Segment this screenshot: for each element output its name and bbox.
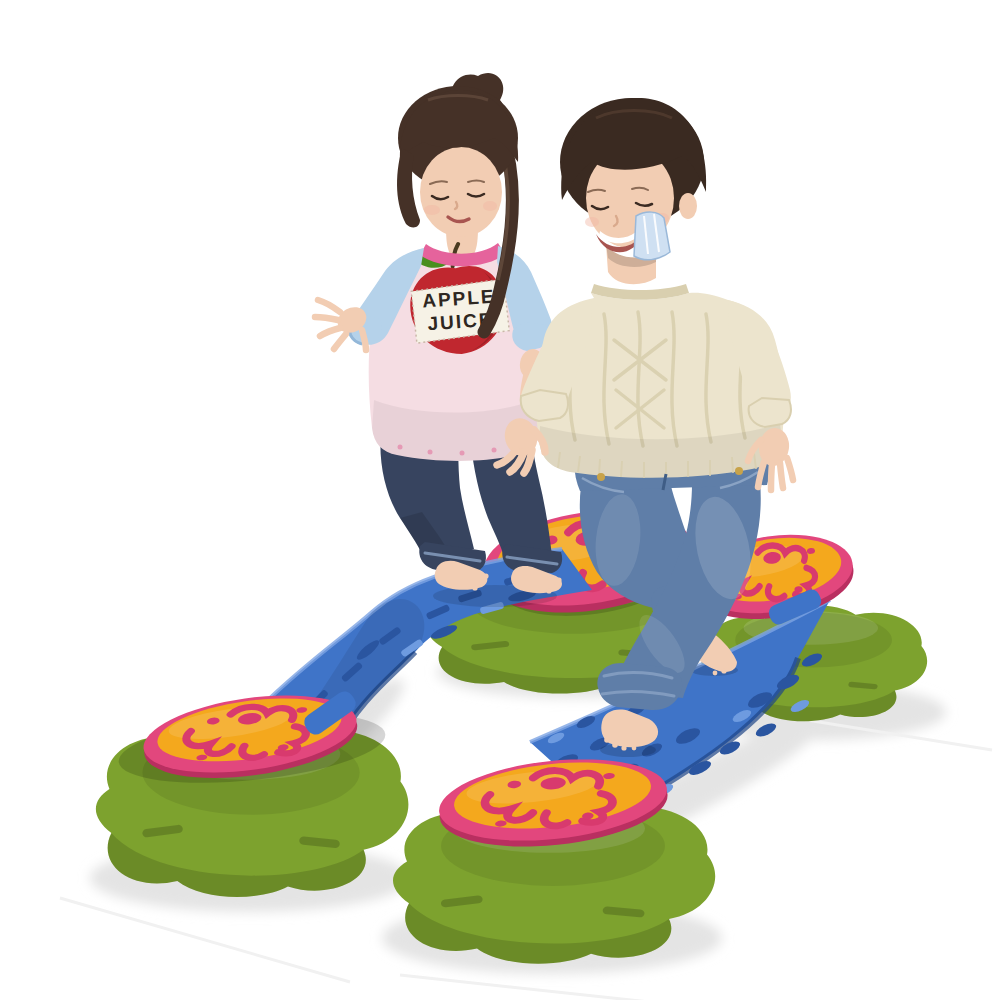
boy-ear [679,193,697,219]
boy-shirt-collar [634,212,670,260]
scene: APPLE JUICE [0,0,1000,1000]
girl-face [420,147,502,237]
girl-head [397,73,518,237]
boy-head [560,98,706,284]
girl-figure: APPLE JUICE [315,73,562,607]
product-photo: APPLE JUICE [0,0,1000,1000]
